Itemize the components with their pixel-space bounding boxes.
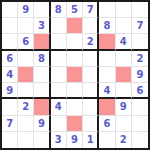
sudoku-cell[interactable]: 6 xyxy=(99,116,115,132)
sudoku-cell[interactable]: 2 xyxy=(116,132,132,148)
sudoku-cell[interactable] xyxy=(99,2,115,18)
sudoku-cell[interactable] xyxy=(83,116,99,132)
sudoku-cell[interactable]: 8 xyxy=(34,51,50,67)
sudoku-cell[interactable] xyxy=(34,2,50,18)
sudoku-cell-highlighted[interactable] xyxy=(18,67,34,83)
sudoku-cell[interactable] xyxy=(2,2,18,18)
sudoku-cell[interactable] xyxy=(34,132,50,148)
sudoku-cell[interactable]: 9 xyxy=(116,99,132,115)
sudoku-cell[interactable]: 7 xyxy=(132,18,148,34)
sudoku-cell[interactable]: 9 xyxy=(18,2,34,18)
sudoku-cell[interactable] xyxy=(132,116,148,132)
sudoku-cell[interactable]: 6 xyxy=(18,34,34,50)
sudoku-cell[interactable] xyxy=(67,51,83,67)
sudoku-cell[interactable]: 2 xyxy=(83,34,99,50)
sudoku-cell[interactable] xyxy=(51,83,67,99)
sudoku-cell-highlighted[interactable] xyxy=(34,34,50,50)
sudoku-cell[interactable] xyxy=(2,34,18,50)
sudoku-cell[interactable]: 1 xyxy=(83,132,99,148)
sudoku-cell[interactable] xyxy=(83,51,99,67)
sudoku-cell[interactable] xyxy=(67,83,83,99)
sudoku-cell[interactable]: 4 xyxy=(51,99,67,115)
sudoku-cell[interactable]: 6 xyxy=(2,51,18,67)
sudoku-cell[interactable]: 4 xyxy=(99,83,115,99)
sudoku-cell[interactable] xyxy=(18,116,34,132)
sudoku-cell[interactable] xyxy=(34,83,50,99)
sudoku-cell[interactable] xyxy=(99,51,115,67)
sudoku-cell[interactable] xyxy=(51,67,67,83)
sudoku-cell[interactable]: 8 xyxy=(51,2,67,18)
sudoku-cell[interactable]: 5 xyxy=(67,2,83,18)
sudoku-cell[interactable] xyxy=(51,34,67,50)
sudoku-cell[interactable] xyxy=(83,67,99,83)
sudoku-cell[interactable] xyxy=(116,18,132,34)
sudoku-cell[interactable]: 7 xyxy=(2,116,18,132)
sudoku-cell[interactable] xyxy=(18,18,34,34)
sudoku-cell[interactable] xyxy=(116,83,132,99)
sudoku-cell[interactable] xyxy=(116,51,132,67)
sudoku-cell-highlighted[interactable] xyxy=(116,67,132,83)
sudoku-cell[interactable]: 6 xyxy=(132,83,148,99)
sudoku-cell[interactable] xyxy=(83,83,99,99)
sudoku-cell[interactable]: 9 xyxy=(67,132,83,148)
sudoku-cell[interactable] xyxy=(2,99,18,115)
sudoku-board: 9857387624682499462497963912 xyxy=(0,0,150,150)
sudoku-cell[interactable] xyxy=(83,18,99,34)
sudoku-cell-highlighted[interactable] xyxy=(67,116,83,132)
sudoku-cell[interactable]: 3 xyxy=(34,18,50,34)
sudoku-cell[interactable] xyxy=(132,34,148,50)
sudoku-cell[interactable]: 2 xyxy=(132,51,148,67)
sudoku-cell[interactable]: 3 xyxy=(51,132,67,148)
sudoku-cell[interactable] xyxy=(99,132,115,148)
sudoku-cell[interactable] xyxy=(51,51,67,67)
sudoku-cell[interactable] xyxy=(2,132,18,148)
sudoku-cell[interactable]: 8 xyxy=(99,18,115,34)
sudoku-cell-highlighted[interactable] xyxy=(99,34,115,50)
sudoku-cell[interactable] xyxy=(83,99,99,115)
sudoku-cell[interactable] xyxy=(132,132,148,148)
sudoku-cell[interactable] xyxy=(18,83,34,99)
sudoku-cell[interactable] xyxy=(34,67,50,83)
sudoku-cell[interactable] xyxy=(116,2,132,18)
sudoku-cell[interactable]: 4 xyxy=(2,67,18,83)
sudoku-cell[interactable] xyxy=(67,99,83,115)
sudoku-cell[interactable]: 9 xyxy=(2,83,18,99)
sudoku-cell[interactable]: 7 xyxy=(83,2,99,18)
sudoku-cell[interactable] xyxy=(132,99,148,115)
sudoku-cell[interactable] xyxy=(51,116,67,132)
sudoku-cell[interactable] xyxy=(18,132,34,148)
sudoku-cell[interactable]: 9 xyxy=(34,116,50,132)
sudoku-cell-highlighted[interactable] xyxy=(99,99,115,115)
sudoku-cell[interactable] xyxy=(132,2,148,18)
sudoku-cell-highlighted[interactable] xyxy=(34,99,50,115)
sudoku-cell[interactable] xyxy=(51,18,67,34)
sudoku-cell[interactable] xyxy=(67,34,83,50)
sudoku-cell[interactable]: 4 xyxy=(116,34,132,50)
sudoku-cell[interactable] xyxy=(116,116,132,132)
sudoku-cell[interactable] xyxy=(99,67,115,83)
sudoku-cell[interactable]: 2 xyxy=(18,99,34,115)
sudoku-cell-highlighted[interactable] xyxy=(67,67,83,83)
sudoku-cell[interactable]: 9 xyxy=(132,67,148,83)
sudoku-cell[interactable] xyxy=(2,18,18,34)
sudoku-cell[interactable] xyxy=(18,51,34,67)
sudoku-cell-highlighted[interactable] xyxy=(67,18,83,34)
